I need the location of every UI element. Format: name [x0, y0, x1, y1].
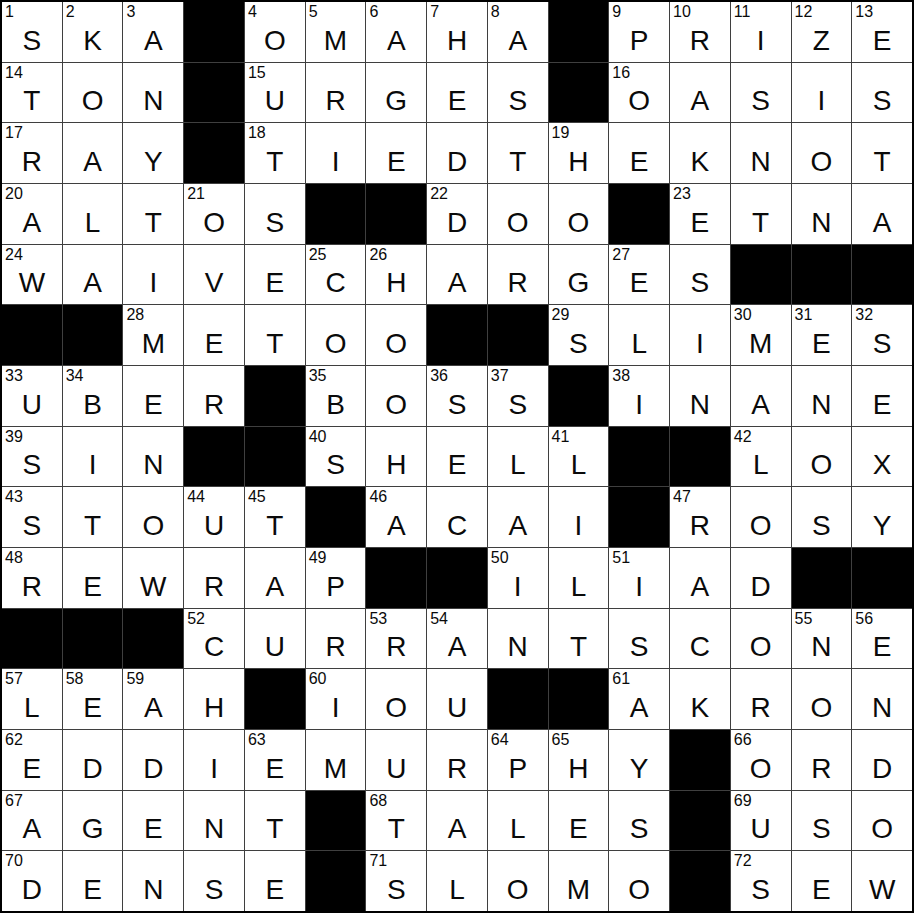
- cell-letter: N: [670, 391, 730, 419]
- cell-r11c11[interactable]: S: [609, 609, 669, 669]
- cell-letter: N: [123, 451, 183, 479]
- cell-r9c14[interactable]: S: [792, 487, 852, 547]
- cell-r8c15[interactable]: X: [852, 427, 912, 487]
- cell-letter: T: [852, 148, 912, 176]
- cell-r2c15[interactable]: S: [852, 63, 912, 123]
- cell-r2c5[interactable]: 15U: [245, 63, 305, 123]
- cell-letter: A: [852, 209, 912, 237]
- cell-r7c2[interactable]: 34B: [63, 366, 123, 426]
- cell-number: 38: [612, 367, 630, 385]
- cell-letter: E: [609, 148, 669, 176]
- cell-r4c4[interactable]: 21O: [184, 184, 244, 244]
- cell-r11c14[interactable]: 55N: [792, 609, 852, 669]
- cell-letter: R: [2, 573, 62, 601]
- cell-r6c2: [63, 305, 123, 365]
- cell-letter: S: [792, 815, 852, 843]
- cell-r1c8[interactable]: 7H: [427, 2, 487, 62]
- cell-r2c12[interactable]: A: [670, 63, 730, 123]
- cell-r6c15[interactable]: 32S: [852, 305, 912, 365]
- cell-letter: M: [549, 876, 609, 904]
- cell-r1c5[interactable]: 4O: [245, 2, 305, 62]
- cell-r6c7[interactable]: O: [366, 305, 426, 365]
- cell-r15c1[interactable]: 70D: [2, 851, 62, 911]
- cell-letter: R: [2, 148, 62, 176]
- cell-r10c11[interactable]: 51I: [609, 548, 669, 608]
- cell-r14c10[interactable]: E: [549, 791, 609, 851]
- cell-letter: Z: [792, 27, 852, 55]
- cell-letter: L: [549, 451, 609, 479]
- cell-r14c3[interactable]: E: [123, 791, 183, 851]
- cell-r14c15[interactable]: O: [852, 791, 912, 851]
- cell-r7c4[interactable]: R: [184, 366, 244, 426]
- cell-letter: E: [245, 755, 305, 783]
- cell-number: 65: [552, 731, 570, 749]
- cell-r7c14[interactable]: N: [792, 366, 852, 426]
- cell-r7c3[interactable]: E: [123, 366, 183, 426]
- cell-r3c11[interactable]: E: [609, 123, 669, 183]
- cell-r8c5: [245, 427, 305, 487]
- cell-r8c3[interactable]: N: [123, 427, 183, 487]
- cell-r3c9[interactable]: T: [488, 123, 548, 183]
- cell-r4c1[interactable]: 20A: [2, 184, 62, 244]
- cell-r12c10: [549, 669, 609, 729]
- cell-letter: N: [852, 694, 912, 722]
- cell-number: 36: [430, 367, 448, 385]
- cell-number: 69: [734, 792, 752, 810]
- cell-number: 20: [5, 185, 23, 203]
- cell-r14c11[interactable]: S: [609, 791, 669, 851]
- cell-r13c3[interactable]: D: [123, 730, 183, 790]
- cell-letter: D: [63, 755, 123, 783]
- cell-r3c7[interactable]: E: [366, 123, 426, 183]
- cell-letter: E: [670, 209, 730, 237]
- cell-letter: D: [852, 755, 912, 783]
- cell-r5c9[interactable]: R: [488, 245, 548, 305]
- cell-r8c2[interactable]: I: [63, 427, 123, 487]
- cell-letter: L: [731, 451, 791, 479]
- cell-number: 18: [248, 124, 266, 142]
- cell-letter: S: [609, 633, 669, 661]
- cell-r4c5[interactable]: S: [245, 184, 305, 244]
- cell-number: 54: [430, 610, 448, 628]
- cell-r2c6[interactable]: R: [306, 63, 366, 123]
- cell-r6c4[interactable]: E: [184, 305, 244, 365]
- cell-number: 28: [126, 306, 144, 324]
- cell-letter: P: [306, 573, 366, 601]
- cell-r1c11[interactable]: 9P: [609, 2, 669, 62]
- cell-r8c13[interactable]: 42L: [731, 427, 791, 487]
- cell-letter: V: [184, 269, 244, 297]
- cell-r9c10[interactable]: I: [549, 487, 609, 547]
- cell-r8c14[interactable]: O: [792, 427, 852, 487]
- cell-r7c7[interactable]: O: [366, 366, 426, 426]
- cell-r9c3[interactable]: O: [123, 487, 183, 547]
- cell-letter: S: [488, 87, 548, 115]
- cell-r10c3[interactable]: W: [123, 548, 183, 608]
- cell-r12c12[interactable]: K: [670, 669, 730, 729]
- cell-letter: R: [488, 269, 548, 297]
- cell-r1c3[interactable]: 3A: [123, 2, 183, 62]
- cell-r3c13[interactable]: N: [731, 123, 791, 183]
- cell-r9c2[interactable]: T: [63, 487, 123, 547]
- cell-r14c9[interactable]: L: [488, 791, 548, 851]
- cell-r15c15[interactable]: W: [852, 851, 912, 911]
- cell-r7c13[interactable]: A: [731, 366, 791, 426]
- cell-r13c10[interactable]: 65H: [549, 730, 609, 790]
- cell-r15c13[interactable]: 72S: [731, 851, 791, 911]
- cell-letter: A: [123, 27, 183, 55]
- cell-letter: T: [488, 148, 548, 176]
- cell-r5c6[interactable]: 25C: [306, 245, 366, 305]
- cell-letter: A: [427, 815, 487, 843]
- cell-r5c1[interactable]: 24W: [2, 245, 62, 305]
- cell-letter: L: [427, 876, 487, 904]
- cell-r10c13[interactable]: D: [731, 548, 791, 608]
- cell-r12c2[interactable]: 58E: [63, 669, 123, 729]
- cell-letter: L: [549, 573, 609, 601]
- cell-number: 40: [309, 428, 327, 446]
- cell-r10c7: [366, 548, 426, 608]
- cell-number: 57: [5, 670, 23, 688]
- cell-r2c1[interactable]: 14T: [2, 63, 62, 123]
- cell-r12c13[interactable]: R: [731, 669, 791, 729]
- cell-r3c12[interactable]: K: [670, 123, 730, 183]
- cell-r11c9[interactable]: N: [488, 609, 548, 669]
- cell-letter: I: [670, 330, 730, 358]
- cell-r13c15[interactable]: D: [852, 730, 912, 790]
- cell-r10c12[interactable]: A: [670, 548, 730, 608]
- cell-r15c9[interactable]: O: [488, 851, 548, 911]
- cell-r2c7[interactable]: G: [366, 63, 426, 123]
- cell-letter: S: [609, 815, 669, 843]
- cell-letter: U: [366, 755, 426, 783]
- cell-r15c4[interactable]: S: [184, 851, 244, 911]
- cell-letter: N: [184, 815, 244, 843]
- cell-r8c8[interactable]: E: [427, 427, 487, 487]
- cell-number: 29: [552, 306, 570, 324]
- cell-r12c6[interactable]: 60I: [306, 669, 366, 729]
- cell-r3c14[interactable]: O: [792, 123, 852, 183]
- cell-r12c14[interactable]: O: [792, 669, 852, 729]
- cell-r13c4[interactable]: I: [184, 730, 244, 790]
- cell-letter: O: [123, 512, 183, 540]
- cell-number: 66: [734, 731, 752, 749]
- cell-letter: K: [670, 694, 730, 722]
- cell-r12c15[interactable]: N: [852, 669, 912, 729]
- cell-r8c6[interactable]: 40S: [306, 427, 366, 487]
- cell-r14c5[interactable]: T: [245, 791, 305, 851]
- cell-letter: I: [306, 148, 366, 176]
- cell-r1c10: [549, 2, 609, 62]
- cell-letter: T: [549, 633, 609, 661]
- cell-number: 12: [795, 3, 813, 21]
- cell-r11c8[interactable]: 54A: [427, 609, 487, 669]
- cell-letter: E: [2, 755, 62, 783]
- cell-letter: G: [549, 269, 609, 297]
- cell-r15c2[interactable]: E: [63, 851, 123, 911]
- cell-r3c8[interactable]: D: [427, 123, 487, 183]
- cell-r7c8[interactable]: 36S: [427, 366, 487, 426]
- cell-r2c13[interactable]: S: [731, 63, 791, 123]
- cell-r10c9[interactable]: 50I: [488, 548, 548, 608]
- cell-letter: H: [366, 269, 426, 297]
- cell-letter: W: [123, 573, 183, 601]
- cell-letter: I: [306, 694, 366, 722]
- cell-r4c10[interactable]: O: [549, 184, 609, 244]
- cell-r1c2[interactable]: 2K: [63, 2, 123, 62]
- crossword-grid: 1S2K3A4O5M6A7H8A9P10R11I12Z13E14TON15URG…: [0, 0, 914, 913]
- cell-r13c2[interactable]: D: [63, 730, 123, 790]
- cell-letter: L: [488, 815, 548, 843]
- cell-letter: T: [2, 87, 62, 115]
- cell-r4c2[interactable]: L: [63, 184, 123, 244]
- cell-letter: O: [488, 209, 548, 237]
- cell-r11c12[interactable]: C: [670, 609, 730, 669]
- cell-letter: A: [488, 512, 548, 540]
- cell-r5c5[interactable]: E: [245, 245, 305, 305]
- cell-r14c2[interactable]: G: [63, 791, 123, 851]
- cell-r9c9[interactable]: A: [488, 487, 548, 547]
- cell-r1c7[interactable]: 6A: [366, 2, 426, 62]
- cell-r7c11[interactable]: 38I: [609, 366, 669, 426]
- cell-r13c5[interactable]: 63E: [245, 730, 305, 790]
- cell-r14c14[interactable]: S: [792, 791, 852, 851]
- cell-letter: T: [245, 512, 305, 540]
- cell-r14c13[interactable]: 69U: [731, 791, 791, 851]
- cell-r5c11[interactable]: 27E: [609, 245, 669, 305]
- cell-r5c10[interactable]: G: [549, 245, 609, 305]
- cell-r8c1[interactable]: 39S: [2, 427, 62, 487]
- cell-r3c2[interactable]: A: [63, 123, 123, 183]
- cell-r2c8[interactable]: E: [427, 63, 487, 123]
- cell-letter: D: [731, 573, 791, 601]
- cell-letter: K: [670, 148, 730, 176]
- cell-r5c8[interactable]: A: [427, 245, 487, 305]
- cell-number: 42: [734, 428, 752, 446]
- cell-r6c12[interactable]: I: [670, 305, 730, 365]
- cell-r12c11[interactable]: 61A: [609, 669, 669, 729]
- cell-r6c5[interactable]: T: [245, 305, 305, 365]
- cell-r12c1[interactable]: 57L: [2, 669, 62, 729]
- cell-number: 51: [612, 549, 630, 567]
- cell-letter: C: [670, 633, 730, 661]
- cell-r6c14[interactable]: 31E: [792, 305, 852, 365]
- cell-r9c7[interactable]: 46A: [366, 487, 426, 547]
- cell-r10c2[interactable]: E: [63, 548, 123, 608]
- cell-number: 16: [612, 64, 630, 82]
- cell-r10c6[interactable]: 49P: [306, 548, 366, 608]
- cell-number: 23: [673, 185, 691, 203]
- cell-letter: E: [245, 876, 305, 904]
- cell-letter: C: [306, 269, 366, 297]
- cell-r1c12[interactable]: 10R: [670, 2, 730, 62]
- cell-r4c13[interactable]: T: [731, 184, 791, 244]
- cell-r13c11[interactable]: Y: [609, 730, 669, 790]
- cell-r15c5[interactable]: E: [245, 851, 305, 911]
- cell-r3c10[interactable]: 19H: [549, 123, 609, 183]
- cell-r14c8[interactable]: A: [427, 791, 487, 851]
- cell-r12c7[interactable]: O: [366, 669, 426, 729]
- cell-r11c4[interactable]: 52C: [184, 609, 244, 669]
- cell-r9c4[interactable]: 44U: [184, 487, 244, 547]
- cell-letter: W: [852, 876, 912, 904]
- cell-r10c4[interactable]: R: [184, 548, 244, 608]
- cell-r4c14[interactable]: N: [792, 184, 852, 244]
- cell-r15c8[interactable]: L: [427, 851, 487, 911]
- cell-number: 31: [795, 306, 813, 324]
- cell-letter: B: [306, 391, 366, 419]
- cell-letter: A: [2, 815, 62, 843]
- cell-r11c15[interactable]: 56E: [852, 609, 912, 669]
- cell-r11c10[interactable]: T: [549, 609, 609, 669]
- cell-r9c5[interactable]: 45T: [245, 487, 305, 547]
- cell-r5c2[interactable]: A: [63, 245, 123, 305]
- cell-r7c12[interactable]: N: [670, 366, 730, 426]
- cell-letter: W: [2, 269, 62, 297]
- cell-number: 62: [5, 731, 23, 749]
- cell-letter: T: [245, 148, 305, 176]
- cell-r2c14[interactable]: I: [792, 63, 852, 123]
- cell-number: 47: [673, 488, 691, 506]
- cell-r9c13[interactable]: O: [731, 487, 791, 547]
- cell-r14c1[interactable]: 67A: [2, 791, 62, 851]
- cell-r15c10[interactable]: M: [549, 851, 609, 911]
- cell-r4c3[interactable]: T: [123, 184, 183, 244]
- cell-r6c13[interactable]: 30M: [731, 305, 791, 365]
- cell-number: 22: [430, 185, 448, 203]
- cell-r1c9[interactable]: 8A: [488, 2, 548, 62]
- cell-r12c5: [245, 669, 305, 729]
- cell-r11c7[interactable]: 53R: [366, 609, 426, 669]
- cell-r4c15[interactable]: A: [852, 184, 912, 244]
- cell-letter: E: [123, 815, 183, 843]
- cell-r13c14[interactable]: R: [792, 730, 852, 790]
- cell-r13c7[interactable]: U: [366, 730, 426, 790]
- cell-r12c9: [488, 669, 548, 729]
- cell-r12c8[interactable]: U: [427, 669, 487, 729]
- cell-r14c7[interactable]: 68T: [366, 791, 426, 851]
- cell-r1c6[interactable]: 5M: [306, 2, 366, 62]
- cell-r10c5[interactable]: A: [245, 548, 305, 608]
- cell-r8c7[interactable]: H: [366, 427, 426, 487]
- cell-number: 55: [795, 610, 813, 628]
- cell-number: 32: [855, 306, 873, 324]
- cell-r6c10[interactable]: 29S: [549, 305, 609, 365]
- cell-r3c3[interactable]: Y: [123, 123, 183, 183]
- cell-r6c8: [427, 305, 487, 365]
- cell-r13c6[interactable]: M: [306, 730, 366, 790]
- cell-r5c3[interactable]: I: [123, 245, 183, 305]
- cell-letter: O: [731, 755, 791, 783]
- cell-number: 27: [612, 246, 630, 264]
- cell-number: 68: [369, 792, 387, 810]
- cell-letter: I: [609, 573, 669, 601]
- cell-r6c11[interactable]: L: [609, 305, 669, 365]
- cell-r9c1[interactable]: 43S: [2, 487, 62, 547]
- cell-r13c9[interactable]: 64P: [488, 730, 548, 790]
- cell-letter: U: [2, 391, 62, 419]
- cell-r8c10[interactable]: 41L: [549, 427, 609, 487]
- cell-letter: E: [792, 876, 852, 904]
- cell-r2c3[interactable]: N: [123, 63, 183, 123]
- cell-r4c9[interactable]: O: [488, 184, 548, 244]
- cell-r3c15[interactable]: T: [852, 123, 912, 183]
- cell-r5c7[interactable]: 26H: [366, 245, 426, 305]
- cell-number: 44: [187, 488, 205, 506]
- cell-letter: O: [366, 330, 426, 358]
- cell-letter: A: [63, 269, 123, 297]
- cell-r10c1[interactable]: 48R: [2, 548, 62, 608]
- cell-letter: G: [366, 87, 426, 115]
- cell-r4c8[interactable]: 22D: [427, 184, 487, 244]
- cell-r3c1[interactable]: 17R: [2, 123, 62, 183]
- cell-r15c14[interactable]: E: [792, 851, 852, 911]
- cell-r13c8[interactable]: R: [427, 730, 487, 790]
- cell-letter: O: [488, 876, 548, 904]
- cell-r10c10[interactable]: L: [549, 548, 609, 608]
- cell-r7c15[interactable]: E: [852, 366, 912, 426]
- cell-letter: E: [609, 269, 669, 297]
- cell-letter: N: [792, 391, 852, 419]
- cell-r12c4[interactable]: H: [184, 669, 244, 729]
- cell-letter: C: [184, 633, 244, 661]
- cell-r1c13[interactable]: 11I: [731, 2, 791, 62]
- cell-r3c6[interactable]: I: [306, 123, 366, 183]
- cell-r12c3[interactable]: 59A: [123, 669, 183, 729]
- cell-r6c6[interactable]: O: [306, 305, 366, 365]
- cell-r14c12: [670, 791, 730, 851]
- cell-letter: E: [123, 391, 183, 419]
- cell-r9c15[interactable]: Y: [852, 487, 912, 547]
- cell-r4c12[interactable]: 23E: [670, 184, 730, 244]
- cell-letter: L: [488, 451, 548, 479]
- cell-r7c1[interactable]: 33U: [2, 366, 62, 426]
- cell-r13c1[interactable]: 62E: [2, 730, 62, 790]
- cell-r2c9[interactable]: S: [488, 63, 548, 123]
- cell-number: 48: [5, 549, 23, 567]
- cell-r11c5[interactable]: U: [245, 609, 305, 669]
- cell-r1c1[interactable]: 1S: [2, 2, 62, 62]
- cell-r3c5[interactable]: 18T: [245, 123, 305, 183]
- cell-number: 71: [369, 852, 387, 870]
- cell-r1c14[interactable]: 12Z: [792, 2, 852, 62]
- cell-number: 52: [187, 610, 205, 628]
- cell-letter: O: [852, 815, 912, 843]
- cell-r5c4[interactable]: V: [184, 245, 244, 305]
- cell-r6c3[interactable]: 28M: [123, 305, 183, 365]
- cell-r9c12[interactable]: 47R: [670, 487, 730, 547]
- cell-r9c8[interactable]: C: [427, 487, 487, 547]
- cell-r1c15[interactable]: 13E: [852, 2, 912, 62]
- cell-letter: I: [123, 269, 183, 297]
- cell-r14c4[interactable]: N: [184, 791, 244, 851]
- cell-r2c11[interactable]: 16O: [609, 63, 669, 123]
- cell-r7c6[interactable]: 35B: [306, 366, 366, 426]
- cell-letter: O: [184, 209, 244, 237]
- cell-r11c13[interactable]: O: [731, 609, 791, 669]
- cell-r11c6[interactable]: R: [306, 609, 366, 669]
- cell-r15c3[interactable]: N: [123, 851, 183, 911]
- cell-r13c13[interactable]: 66O: [731, 730, 791, 790]
- cell-r8c9[interactable]: L: [488, 427, 548, 487]
- cell-r15c7[interactable]: 71S: [366, 851, 426, 911]
- cell-r2c2[interactable]: O: [63, 63, 123, 123]
- cell-r5c12[interactable]: S: [670, 245, 730, 305]
- cell-r7c9[interactable]: 37S: [488, 366, 548, 426]
- cell-r15c11[interactable]: O: [609, 851, 669, 911]
- cell-r10c14: [792, 548, 852, 608]
- cell-letter: R: [427, 755, 487, 783]
